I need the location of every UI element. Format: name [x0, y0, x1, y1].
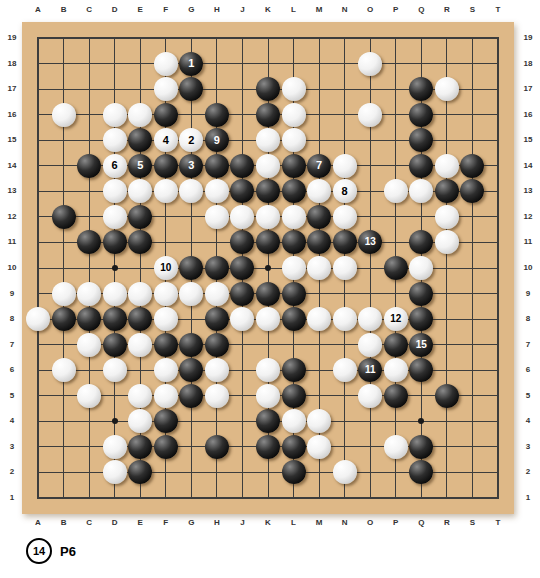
stone-white-D16[interactable] [103, 103, 127, 127]
coord-label: 7 [2, 340, 22, 350]
coord-label: D [105, 5, 125, 15]
coord-label: G [181, 5, 201, 15]
coord-label: 13 [518, 186, 538, 196]
stone-black-F3[interactable] [154, 435, 178, 459]
move-number: 9 [214, 135, 220, 146]
stone-white-M3[interactable] [307, 435, 331, 459]
stone-white-G9[interactable] [179, 282, 203, 306]
move-number: 6 [112, 160, 118, 171]
coord-label: S [462, 5, 482, 15]
stone-white-R17[interactable] [435, 77, 459, 101]
stone-white-L16[interactable] [282, 103, 306, 127]
stone-white-C9[interactable] [77, 282, 101, 306]
stone-white-N12[interactable] [333, 205, 357, 229]
stone-black-G14[interactable]: 3 [179, 154, 203, 178]
stone-black-F4[interactable] [154, 409, 178, 433]
star-point [418, 418, 424, 424]
coord-label: 8 [2, 314, 22, 324]
stone-white-L12[interactable] [282, 205, 306, 229]
stone-black-H3[interactable] [205, 435, 229, 459]
coord-label: M [309, 5, 329, 15]
stone-black-J9[interactable] [230, 282, 254, 306]
stone-white-K12[interactable] [256, 205, 280, 229]
star-point [112, 265, 118, 271]
move-number: 15 [416, 340, 427, 350]
stone-white-N8[interactable] [333, 307, 357, 331]
stone-black-B12[interactable] [52, 205, 76, 229]
stone-black-D11[interactable] [103, 230, 127, 254]
stone-white-F9[interactable] [154, 282, 178, 306]
stone-white-B16[interactable] [52, 103, 76, 127]
stone-white-D12[interactable] [103, 205, 127, 229]
coord-label: 10 [518, 263, 538, 273]
coord-label: L [284, 518, 304, 528]
coord-label: 18 [518, 59, 538, 69]
move-number: 7 [316, 160, 322, 171]
stone-black-K3[interactable] [256, 435, 280, 459]
stone-black-L13[interactable] [282, 179, 306, 203]
grid-line [37, 497, 499, 499]
stone-white-P3[interactable] [384, 435, 408, 459]
coord-label: K [258, 518, 278, 528]
stone-black-N11[interactable] [333, 230, 357, 254]
coord-label: O [360, 518, 380, 528]
stone-white-A8[interactable] [26, 307, 50, 331]
stone-black-K17[interactable] [256, 77, 280, 101]
move-number: 5 [137, 160, 143, 171]
move-number: 1 [188, 58, 194, 69]
stone-black-L2[interactable] [282, 460, 306, 484]
coord-label: 19 [518, 33, 538, 43]
coord-label: 5 [2, 391, 22, 401]
move-number-badge: 14 [26, 538, 52, 564]
stone-white-F15[interactable]: 4 [154, 128, 178, 152]
stone-white-H6[interactable] [205, 358, 229, 382]
stone-black-L9[interactable] [282, 282, 306, 306]
stone-white-C7[interactable] [77, 333, 101, 357]
go-board-diagram: 14 P6 AABBCCDDEEFFGGHHJJKKLLMMNNOOPPQQRR… [0, 0, 540, 578]
stone-white-F18[interactable] [154, 52, 178, 76]
stone-black-L5[interactable] [282, 384, 306, 408]
move-number: 3 [188, 160, 194, 171]
coord-label: E [130, 518, 150, 528]
stone-black-L14[interactable] [282, 154, 306, 178]
coord-label: N [335, 518, 355, 528]
coord-label: 17 [518, 84, 538, 94]
stone-white-B9[interactable] [52, 282, 76, 306]
stone-white-R14[interactable] [435, 154, 459, 178]
coord-label: 1 [518, 493, 538, 503]
stone-black-L3[interactable] [282, 435, 306, 459]
stone-black-B8[interactable] [52, 307, 76, 331]
stone-white-L17[interactable] [282, 77, 306, 101]
coord-label: R [437, 5, 457, 15]
stone-black-G7[interactable] [179, 333, 203, 357]
stone-black-H7[interactable] [205, 333, 229, 357]
coord-label: 15 [2, 135, 22, 145]
stone-black-H16[interactable] [205, 103, 229, 127]
stone-white-F13[interactable] [154, 179, 178, 203]
stone-white-O5[interactable] [358, 384, 382, 408]
coord-label: 3 [518, 442, 538, 452]
move-point-label: P6 [60, 544, 76, 559]
coord-label: 4 [2, 416, 22, 426]
stone-black-P5[interactable] [384, 384, 408, 408]
move-number: 10 [160, 263, 171, 273]
coord-label: R [437, 518, 457, 528]
coord-label: B [54, 5, 74, 15]
stone-white-F8[interactable] [154, 307, 178, 331]
coord-label: 13 [2, 186, 22, 196]
coord-label: 4 [518, 416, 538, 426]
coord-label: 14 [518, 161, 538, 171]
coord-label: T [488, 518, 508, 528]
stone-black-D7[interactable] [103, 333, 127, 357]
coord-label: 6 [2, 365, 22, 375]
coord-label: 18 [2, 59, 22, 69]
stone-white-D3[interactable] [103, 435, 127, 459]
coord-label: F [156, 518, 176, 528]
stone-white-D6[interactable] [103, 358, 127, 382]
stone-white-N14[interactable] [333, 154, 357, 178]
coord-label: D [105, 518, 125, 528]
coord-label: M [309, 518, 329, 528]
stone-white-P13[interactable] [384, 179, 408, 203]
stone-white-O16[interactable] [358, 103, 382, 127]
coord-label: 16 [518, 110, 538, 120]
coord-label: 2 [2, 467, 22, 477]
stone-black-K16[interactable] [256, 103, 280, 127]
coord-label: C [79, 5, 99, 15]
stone-white-E5[interactable] [128, 384, 152, 408]
stone-white-M10[interactable] [307, 256, 331, 280]
stone-white-D13[interactable] [103, 179, 127, 203]
coord-label: 14 [2, 161, 22, 171]
coord-label: 6 [518, 365, 538, 375]
coord-label: H [207, 518, 227, 528]
coord-label: H [207, 5, 227, 15]
stone-white-L10[interactable] [282, 256, 306, 280]
coord-label: 19 [2, 33, 22, 43]
move-number: 11 [365, 365, 376, 375]
coord-label: 9 [2, 289, 22, 299]
coord-label: 15 [518, 135, 538, 145]
stone-black-F16[interactable] [154, 103, 178, 127]
stone-black-G18[interactable]: 1 [179, 52, 203, 76]
stone-white-F6[interactable] [154, 358, 178, 382]
coord-label: C [79, 518, 99, 528]
stone-white-O18[interactable] [358, 52, 382, 76]
stone-black-E3[interactable] [128, 435, 152, 459]
coord-label: 11 [2, 237, 22, 247]
stone-white-P6[interactable] [384, 358, 408, 382]
grid-line [446, 37, 447, 499]
coord-label: 7 [518, 340, 538, 350]
stone-black-H10[interactable] [205, 256, 229, 280]
stone-white-D9[interactable] [103, 282, 127, 306]
stone-black-G5[interactable] [179, 384, 203, 408]
stone-black-P10[interactable] [384, 256, 408, 280]
stone-white-P8[interactable]: 12 [384, 307, 408, 331]
coord-label: 16 [2, 110, 22, 120]
stone-black-E14[interactable]: 5 [128, 154, 152, 178]
coord-label: L [284, 5, 304, 15]
stone-black-H8[interactable] [205, 307, 229, 331]
coord-label: S [462, 518, 482, 528]
stone-black-L8[interactable] [282, 307, 306, 331]
coord-label: Q [411, 5, 431, 15]
coord-label: F [156, 5, 176, 15]
stone-black-F14[interactable] [154, 154, 178, 178]
stone-black-P7[interactable] [384, 333, 408, 357]
stone-black-D8[interactable] [103, 307, 127, 331]
stone-white-D15[interactable] [103, 128, 127, 152]
stone-black-C14[interactable] [77, 154, 101, 178]
stone-white-N6[interactable] [333, 358, 357, 382]
coord-label: B [54, 518, 74, 528]
coord-label: 10 [2, 263, 22, 273]
coord-label: Q [411, 518, 431, 528]
coord-label: 3 [2, 442, 22, 452]
stone-white-E7[interactable] [128, 333, 152, 357]
coord-label: J [232, 518, 252, 528]
move-number: 2 [188, 135, 194, 146]
coord-label: J [232, 5, 252, 15]
stone-black-Q14[interactable] [409, 154, 433, 178]
stone-white-K8[interactable] [256, 307, 280, 331]
coord-label: 12 [2, 212, 22, 222]
star-point [112, 418, 118, 424]
coord-label: P [386, 5, 406, 15]
stone-white-H5[interactable] [205, 384, 229, 408]
stone-black-F7[interactable] [154, 333, 178, 357]
coord-label: 9 [518, 289, 538, 299]
stone-black-Q16[interactable] [409, 103, 433, 127]
coord-label: 11 [518, 237, 538, 247]
stone-white-F10[interactable]: 10 [154, 256, 178, 280]
stone-black-Q7[interactable]: 15 [409, 333, 433, 357]
stone-white-N10[interactable] [333, 256, 357, 280]
coord-label: 8 [518, 314, 538, 324]
stone-black-H15[interactable]: 9 [205, 128, 229, 152]
stone-white-H9[interactable] [205, 282, 229, 306]
stone-white-N13[interactable]: 8 [333, 179, 357, 203]
move-number: 13 [365, 237, 376, 247]
grid-line [497, 37, 499, 499]
coord-label: A [28, 5, 48, 15]
stone-white-N2[interactable] [333, 460, 357, 484]
stone-white-D14[interactable]: 6 [103, 154, 127, 178]
coord-label: K [258, 5, 278, 15]
stone-white-L4[interactable] [282, 409, 306, 433]
stone-white-L15[interactable] [282, 128, 306, 152]
coord-label: T [488, 5, 508, 15]
stone-black-L11[interactable] [282, 230, 306, 254]
stone-white-B6[interactable] [52, 358, 76, 382]
stone-black-M12[interactable] [307, 205, 331, 229]
stone-black-M14[interactable]: 7 [307, 154, 331, 178]
grid-line [472, 37, 473, 499]
coord-label: N [335, 5, 355, 15]
coord-label: 17 [2, 84, 22, 94]
stone-black-L6[interactable] [282, 358, 306, 382]
coord-label: 2 [518, 467, 538, 477]
coord-label: P [386, 518, 406, 528]
stone-black-E12[interactable] [128, 205, 152, 229]
stone-white-F5[interactable] [154, 384, 178, 408]
coord-label: 1 [2, 493, 22, 503]
star-point [265, 265, 271, 271]
stone-black-K9[interactable] [256, 282, 280, 306]
move-number: 8 [342, 186, 348, 197]
coord-label: G [181, 518, 201, 528]
coord-label: E [130, 5, 150, 15]
coord-label: 12 [518, 212, 538, 222]
coord-label: A [28, 518, 48, 528]
stone-black-R5[interactable] [435, 384, 459, 408]
coord-label: 5 [518, 391, 538, 401]
stone-white-K14[interactable] [256, 154, 280, 178]
stone-white-F17[interactable] [154, 77, 178, 101]
stone-white-E16[interactable] [128, 103, 152, 127]
stone-white-R12[interactable] [435, 205, 459, 229]
stone-white-H12[interactable] [205, 205, 229, 229]
move-number: 4 [163, 135, 169, 146]
move-number: 12 [390, 314, 401, 324]
coord-label: O [360, 5, 380, 15]
stone-white-C5[interactable] [77, 384, 101, 408]
stone-white-O7[interactable] [358, 333, 382, 357]
stone-white-E9[interactable] [128, 282, 152, 306]
stone-white-D2[interactable] [103, 460, 127, 484]
move-caption: 14 P6 [26, 538, 76, 564]
stone-white-K5[interactable] [256, 384, 280, 408]
stone-black-Q9[interactable] [409, 282, 433, 306]
stone-black-H14[interactable] [205, 154, 229, 178]
